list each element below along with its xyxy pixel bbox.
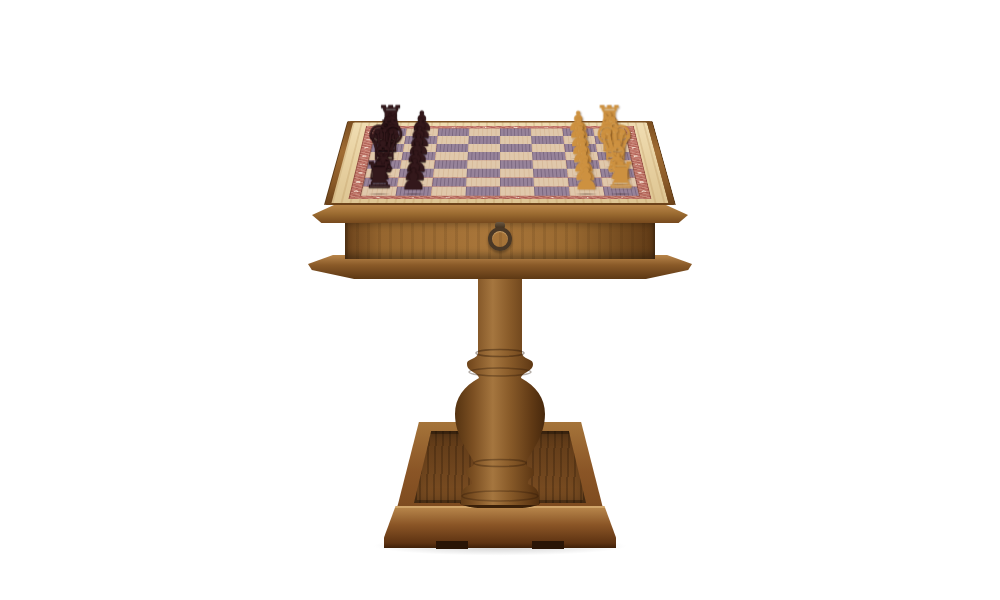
chessboard: ♜♟♟♜♞♟♟♞♝♟♟♝♚♟♟♚♛♟♟♛♝♟♟♝♞♟♟♞♜♟♟♜ 8765432… — [325, 121, 675, 205]
square-g5[interactable] — [468, 136, 500, 144]
square-f6[interactable] — [435, 144, 468, 152]
square-f4[interactable] — [500, 144, 532, 152]
drawer-ring-pull-icon[interactable] — [487, 222, 513, 254]
square-f3[interactable] — [532, 144, 565, 152]
black-pawn[interactable]: ♟ — [400, 164, 426, 193]
square-b5[interactable] — [466, 177, 500, 186]
chessboard-top: ♜♟♟♜♞♟♟♞♝♟♟♝♚♟♟♚♛♟♟♛♝♟♟♝♞♟♟♞♜♟♟♜ 8765432… — [325, 0, 675, 205]
square-g4[interactable] — [500, 136, 532, 144]
base-foot-notch — [436, 541, 468, 549]
coordinate-label: 4 — [500, 126, 531, 128]
coordinate-label: B — [636, 177, 648, 186]
square-a8[interactable]: ♜ — [361, 186, 397, 195]
square-b4[interactable] — [500, 177, 534, 186]
product-photo-chess-table: ♜♟♟♜♞♟♟♞♝♟♟♝♚♟♟♚♛♟♟♛♝♟♟♝♞♟♟♞♜♟♟♜ 8765432… — [0, 0, 1000, 600]
square-a7[interactable]: ♟ — [396, 186, 432, 195]
board-squares-grid: ♜♟♟♜♞♟♟♞♝♟♟♝♚♟♟♚♛♟♟♛♝♟♟♝♞♟♟♞♜♟♟♜ — [361, 128, 639, 195]
white-pawn[interactable]: ♟ — [573, 164, 599, 193]
coordinate-label: 3 — [531, 126, 562, 128]
square-c3[interactable] — [533, 169, 567, 178]
tabletop-edge-molding — [312, 203, 688, 223]
square-g3[interactable] — [531, 136, 563, 144]
square-c6[interactable] — [433, 169, 467, 178]
square-b3[interactable] — [534, 177, 569, 186]
black-rook[interactable]: ♜ — [363, 158, 396, 194]
square-g6[interactable] — [436, 136, 468, 144]
square-a1[interactable]: ♜ — [603, 186, 639, 195]
base-foot-notch — [532, 541, 564, 549]
square-d3[interactable] — [533, 160, 567, 169]
square-d5[interactable] — [467, 160, 500, 169]
coordinate-label: 5 — [469, 126, 500, 128]
square-b6[interactable] — [432, 177, 467, 186]
square-c5[interactable] — [466, 169, 500, 178]
square-d6[interactable] — [434, 160, 468, 169]
square-a2[interactable]: ♟ — [568, 186, 604, 195]
coordinate-label: 6 — [438, 126, 469, 128]
ring-pull-ring — [488, 227, 512, 251]
pedestal-column — [440, 268, 560, 508]
square-d4[interactable] — [500, 160, 533, 169]
base-molded-skirt — [384, 506, 616, 548]
white-rook[interactable]: ♜ — [605, 158, 638, 194]
square-f5[interactable] — [468, 144, 500, 152]
square-c4[interactable] — [500, 169, 534, 178]
